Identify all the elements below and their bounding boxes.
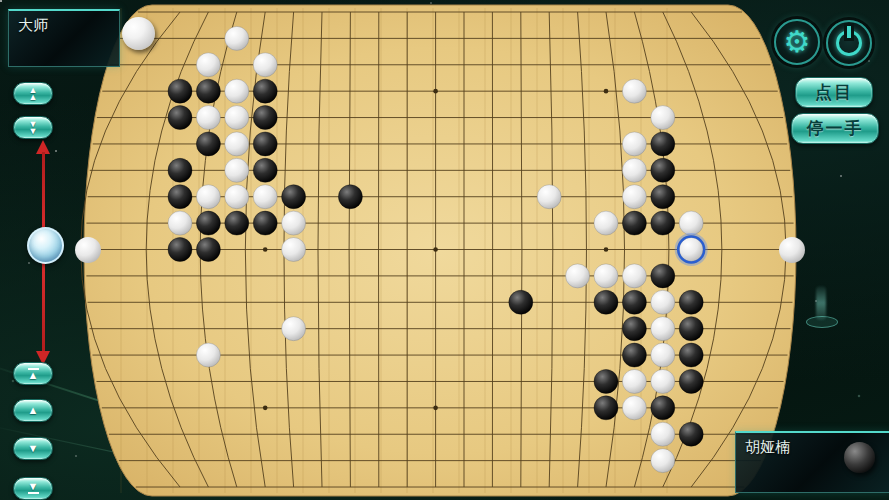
white-stone [651, 317, 675, 341]
white-stone [622, 369, 646, 393]
black-stone [253, 79, 277, 103]
gear-icon: ⚙ [784, 27, 811, 57]
white-stone [651, 343, 675, 367]
glow-base-decoration [806, 316, 838, 328]
white-stone [594, 264, 618, 288]
black-stone [168, 238, 192, 262]
white-stone [253, 185, 277, 209]
star-point [604, 247, 609, 252]
black-stone [338, 185, 362, 209]
black-stone [679, 369, 703, 393]
white-stone [594, 211, 618, 235]
power-button[interactable] [826, 20, 872, 66]
black-stone [679, 343, 703, 367]
white-stone [196, 343, 220, 367]
black-stone [168, 185, 192, 209]
triangle-up-icon: ▲ [28, 406, 39, 415]
black-stone [225, 211, 249, 235]
white-stone [622, 79, 646, 103]
next-move-button[interactable]: ▼ [13, 437, 53, 460]
skip-to-start-icon: ▲ [28, 367, 39, 380]
settings-button[interactable]: ⚙ [774, 19, 820, 65]
black-stone [196, 211, 220, 235]
pass-button[interactable]: 停一手 [791, 113, 879, 144]
black-stone [196, 132, 220, 156]
white-stone [622, 158, 646, 182]
white-stone [622, 264, 646, 288]
skip-to-end-icon: ▼ [28, 482, 39, 495]
black-stone [679, 317, 703, 341]
white-stone-indicator [122, 17, 155, 50]
count-territory-button[interactable]: 点目 [795, 77, 873, 108]
black-stone [651, 158, 675, 182]
star-point [604, 89, 609, 94]
white-stone [622, 185, 646, 209]
black-stone [509, 290, 533, 314]
player-panel-white: 大师 [8, 9, 120, 67]
white-stone [225, 132, 249, 156]
black-stone [196, 79, 220, 103]
white-stone [651, 106, 675, 130]
black-stone [651, 264, 675, 288]
black-stone [168, 79, 192, 103]
white-stone [566, 264, 590, 288]
white-stone [168, 211, 192, 235]
black-stone [651, 132, 675, 156]
black-stone [622, 290, 646, 314]
white-stone [282, 238, 306, 262]
black-stone [594, 396, 618, 420]
white-stone [622, 396, 646, 420]
black-stone [168, 106, 192, 130]
previous-move-button[interactable]: ▲ [13, 399, 53, 422]
black-stone [282, 185, 306, 209]
black-stone [622, 317, 646, 341]
black-stone-indicator [844, 442, 875, 473]
white-stone [282, 317, 306, 341]
black-stone [196, 238, 220, 262]
triangle-down-icon: ▼ [28, 444, 39, 453]
black-stone [651, 211, 675, 235]
black-stone [651, 396, 675, 420]
white-stone [282, 211, 306, 235]
player-panel-black: 胡娅楠 [735, 431, 889, 493]
white-stone [679, 211, 703, 235]
white-player-name: 大师 [9, 11, 119, 35]
white-stone [253, 53, 277, 77]
glow-beam-decoration [816, 286, 826, 320]
star-point [433, 406, 438, 411]
white-stone [225, 79, 249, 103]
power-icon [836, 30, 862, 56]
star-point [433, 89, 438, 94]
chevrons-up-icon: ▲▲ [29, 87, 38, 101]
star-point [263, 406, 268, 411]
white-stone [537, 185, 561, 209]
go-app-screen: 大师 胡娅楠 ▲▲ ▼▼ ▲ ▲ ▼ ▼ ⚙ 点目 停一 [0, 0, 889, 500]
white-stone [196, 53, 220, 77]
white-stone [225, 106, 249, 130]
pole-cap-sphere [779, 237, 805, 263]
pole-cap-sphere [75, 237, 101, 263]
white-stone [196, 106, 220, 130]
black-stone [651, 185, 675, 209]
white-stone [196, 185, 220, 209]
black-stone [594, 290, 618, 314]
black-stone [594, 369, 618, 393]
black-stone [622, 343, 646, 367]
black-stone [679, 422, 703, 446]
white-stone [225, 26, 249, 50]
star-point [263, 247, 268, 252]
first-move-button[interactable]: ▲ [13, 362, 53, 385]
star-point [433, 247, 438, 252]
fast-rewind-button[interactable]: ▲▲ [13, 82, 53, 105]
white-stone [651, 369, 675, 393]
white-stone [225, 158, 249, 182]
chevrons-down-icon: ▼▼ [29, 121, 38, 135]
white-stone [225, 185, 249, 209]
white-stone [651, 290, 675, 314]
black-stone [253, 106, 277, 130]
black-stone [253, 211, 277, 235]
go-board[interactable] [0, 0, 889, 500]
last-move-button[interactable]: ▼ [13, 477, 53, 500]
move-slider-knob[interactable] [27, 227, 64, 264]
white-stone [622, 132, 646, 156]
white-stone [651, 449, 675, 473]
black-stone [168, 158, 192, 182]
white-stone [651, 422, 675, 446]
black-stone [253, 158, 277, 182]
black-stone [253, 132, 277, 156]
black-stone [622, 211, 646, 235]
black-stone [679, 290, 703, 314]
fast-forward-button[interactable]: ▼▼ [13, 116, 53, 139]
